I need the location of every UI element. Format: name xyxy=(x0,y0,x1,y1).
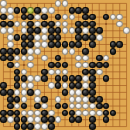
black-stone xyxy=(7,21,14,28)
black-stone xyxy=(75,116,82,123)
white-stone xyxy=(89,110,96,117)
black-stone xyxy=(82,34,89,41)
white-stone xyxy=(34,116,41,123)
white-stone xyxy=(0,7,7,14)
white-stone xyxy=(7,116,14,123)
white-stone xyxy=(75,89,82,96)
black-stone xyxy=(41,116,48,123)
black-stone xyxy=(96,62,103,69)
black-stone xyxy=(21,75,28,82)
white-stone xyxy=(82,27,89,34)
black-stone xyxy=(89,116,96,123)
black-stone xyxy=(48,41,55,48)
black-stone xyxy=(89,41,96,48)
white-stone xyxy=(82,75,89,82)
white-stone xyxy=(82,96,89,103)
white-stone xyxy=(82,110,89,117)
black-stone xyxy=(89,123,96,130)
black-stone xyxy=(82,21,89,28)
white-stone xyxy=(75,96,82,103)
white-stone xyxy=(7,41,14,48)
black-stone xyxy=(0,82,7,89)
black-stone xyxy=(75,34,82,41)
black-stone xyxy=(41,96,48,103)
white-stone xyxy=(14,89,21,96)
black-stone xyxy=(7,89,14,96)
black-stone xyxy=(89,89,96,96)
black-stone xyxy=(0,55,7,62)
white-stone xyxy=(7,34,14,41)
black-stone xyxy=(21,123,28,130)
white-stone xyxy=(7,14,14,21)
black-stone xyxy=(69,75,76,82)
black-stone xyxy=(21,41,28,48)
black-stone xyxy=(27,123,34,130)
black-stone xyxy=(27,41,34,48)
black-stone xyxy=(69,82,76,89)
white-stone xyxy=(21,96,28,103)
black-stone xyxy=(69,116,76,123)
white-stone xyxy=(41,103,48,110)
white-stone xyxy=(48,69,55,76)
white-stone xyxy=(48,110,55,117)
white-stone xyxy=(75,110,82,117)
white-stone xyxy=(34,96,41,103)
black-stone xyxy=(96,96,103,103)
black-stone xyxy=(14,48,21,55)
black-stone xyxy=(41,110,48,117)
black-stone xyxy=(48,27,55,34)
black-stone xyxy=(116,41,123,48)
black-stone xyxy=(96,103,103,110)
white-stone xyxy=(34,123,41,130)
white-stone xyxy=(96,69,103,76)
go-board[interactable] xyxy=(0,0,130,130)
black-stone xyxy=(41,14,48,21)
white-stone xyxy=(41,123,48,130)
go-game-screenshot xyxy=(0,0,130,130)
white-stone xyxy=(41,41,48,48)
white-stone xyxy=(41,27,48,34)
black-stone xyxy=(62,41,69,48)
white-stone xyxy=(89,103,96,110)
black-stone xyxy=(75,21,82,28)
white-stone xyxy=(0,27,7,34)
black-stone xyxy=(82,69,89,76)
white-stone xyxy=(27,48,34,55)
white-stone xyxy=(34,75,41,82)
black-stone xyxy=(41,69,48,76)
black-stone xyxy=(7,103,14,110)
white-stone xyxy=(27,75,34,82)
black-stone xyxy=(48,123,55,130)
black-stone xyxy=(27,34,34,41)
white-stone xyxy=(69,27,76,34)
white-stone xyxy=(41,7,48,14)
black-stone xyxy=(62,89,69,96)
black-stone xyxy=(7,110,14,117)
black-stone xyxy=(89,69,96,76)
white-stone xyxy=(34,34,41,41)
black-stone xyxy=(48,116,55,123)
white-stone xyxy=(48,7,55,14)
black-stone xyxy=(82,7,89,14)
white-stone xyxy=(62,0,69,7)
white-stone xyxy=(34,41,41,48)
white-stone xyxy=(21,89,28,96)
black-stone xyxy=(110,41,117,48)
white-stone xyxy=(82,82,89,89)
highlighted-stone xyxy=(27,7,34,14)
white-stone xyxy=(0,0,7,7)
black-stone xyxy=(34,7,41,14)
black-stone xyxy=(75,41,82,48)
black-stone xyxy=(7,62,14,69)
black-stone xyxy=(34,27,41,34)
white-stone xyxy=(82,62,89,69)
white-stone xyxy=(27,82,34,89)
black-stone xyxy=(89,75,96,82)
black-stone xyxy=(27,89,34,96)
black-stone xyxy=(89,21,96,28)
white-stone xyxy=(48,82,55,89)
black-stone xyxy=(69,41,76,48)
black-stone xyxy=(96,27,103,34)
white-stone xyxy=(34,48,41,55)
black-stone xyxy=(7,48,14,55)
black-stone xyxy=(82,89,89,96)
black-stone xyxy=(89,27,96,34)
black-stone xyxy=(75,7,82,14)
black-stone xyxy=(21,48,28,55)
black-stone xyxy=(82,48,89,55)
white-stone xyxy=(34,110,41,117)
black-stone xyxy=(41,21,48,28)
black-stone xyxy=(21,7,28,14)
black-stone xyxy=(48,34,55,41)
black-stone xyxy=(0,110,7,117)
white-stone xyxy=(34,89,41,96)
black-stone xyxy=(41,75,48,82)
black-stone xyxy=(0,14,7,21)
black-stone xyxy=(7,55,14,62)
white-stone xyxy=(21,82,28,89)
white-stone xyxy=(123,27,130,34)
white-stone xyxy=(41,34,48,41)
black-stone xyxy=(0,116,7,123)
white-stone xyxy=(34,21,41,28)
black-stone xyxy=(96,55,103,62)
white-stone xyxy=(55,0,62,7)
black-stone xyxy=(48,62,55,69)
white-stone xyxy=(96,34,103,41)
black-stone xyxy=(7,96,14,103)
white-stone xyxy=(69,96,76,103)
white-stone xyxy=(69,48,76,55)
black-stone xyxy=(14,96,21,103)
black-stone xyxy=(48,21,55,28)
white-stone xyxy=(96,110,103,117)
white-stone xyxy=(82,103,89,110)
black-stone xyxy=(69,7,76,14)
white-stone xyxy=(69,89,76,96)
black-stone xyxy=(89,62,96,69)
black-stone xyxy=(89,82,96,89)
white-stone xyxy=(55,96,62,103)
black-stone xyxy=(21,34,28,41)
black-stone xyxy=(110,48,117,55)
black-stone xyxy=(75,27,82,34)
black-stone xyxy=(89,14,96,21)
black-stone xyxy=(14,7,21,14)
black-stone xyxy=(0,89,7,96)
white-stone xyxy=(7,7,14,14)
black-stone xyxy=(75,75,82,82)
black-stone xyxy=(0,21,7,28)
white-stone xyxy=(7,27,14,34)
black-stone xyxy=(89,96,96,103)
black-stone xyxy=(89,34,96,41)
white-stone xyxy=(62,48,69,55)
black-stone xyxy=(75,82,82,89)
black-stone xyxy=(0,48,7,55)
white-stone xyxy=(62,82,69,89)
